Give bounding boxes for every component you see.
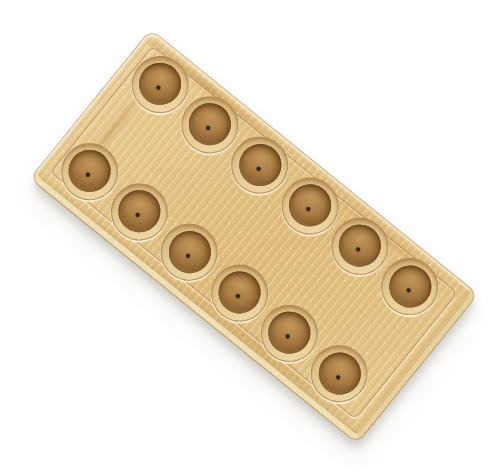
- drill-point: [355, 247, 361, 253]
- drill-point: [305, 206, 311, 212]
- pit-hole: [260, 303, 319, 362]
- drill-point: [235, 293, 241, 299]
- pit-hole: [310, 344, 369, 403]
- pit-hole: [331, 216, 390, 275]
- drill-point: [155, 85, 161, 91]
- drill-point: [255, 166, 261, 172]
- drill-point: [135, 212, 141, 218]
- pit-hole: [60, 142, 119, 201]
- pit-hole: [131, 54, 190, 113]
- pit-hole: [181, 95, 240, 154]
- drill-point: [335, 374, 341, 380]
- pit-hole: [231, 135, 290, 194]
- drill-point: [405, 287, 411, 293]
- photo-canvas: [0, 0, 500, 473]
- drill-point: [285, 334, 291, 340]
- pit-hole: [110, 182, 169, 241]
- drill-point: [205, 125, 211, 131]
- drill-point: [185, 253, 191, 259]
- drill-point: [85, 172, 91, 178]
- pit-hole: [381, 257, 440, 316]
- pit-hole: [281, 176, 340, 235]
- pit-hole: [210, 263, 269, 322]
- mancala-board: [31, 30, 478, 443]
- pit-grid: [41, 35, 458, 422]
- pit-hole: [160, 222, 219, 281]
